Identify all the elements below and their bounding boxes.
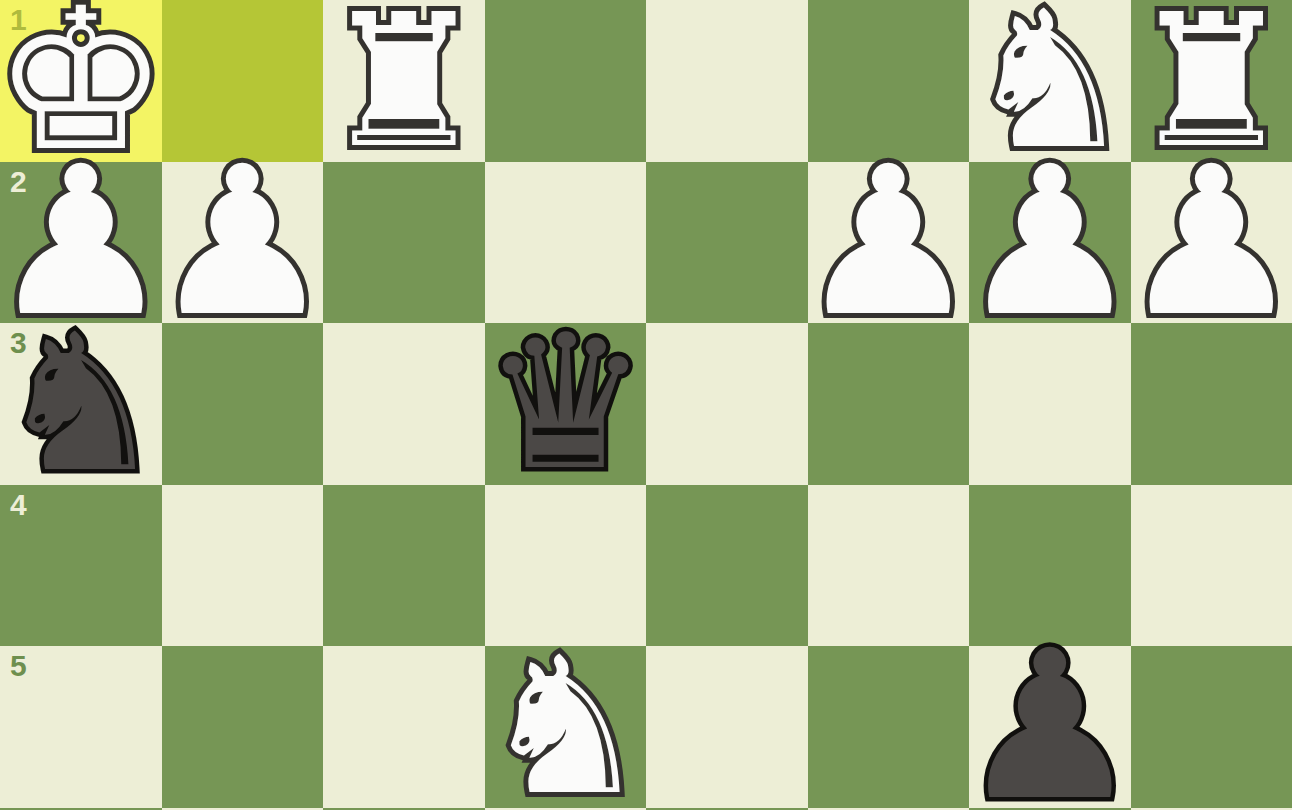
piece-white-knight-e5[interactable]: [485, 646, 647, 808]
square-e1[interactable]: [485, 0, 647, 162]
square-b5[interactable]: [969, 646, 1131, 808]
square-a2[interactable]: [1131, 162, 1292, 324]
square-d4[interactable]: [646, 485, 808, 647]
square-g4[interactable]: [162, 485, 324, 647]
square-f5[interactable]: [323, 646, 485, 808]
square-g2[interactable]: [162, 162, 324, 324]
square-e5[interactable]: [485, 646, 647, 808]
piece-black-knight-h3[interactable]: [0, 323, 162, 485]
square-f4[interactable]: [323, 485, 485, 647]
square-d5[interactable]: [646, 646, 808, 808]
square-d3[interactable]: [646, 323, 808, 485]
piece-black-queen-e3[interactable]: [485, 323, 647, 485]
chess-board: 12345: [0, 0, 1292, 810]
piece-white-pawn-g2[interactable]: [162, 162, 324, 324]
piece-white-pawn-c2[interactable]: [808, 162, 970, 324]
square-f1[interactable]: [323, 0, 485, 162]
square-d1[interactable]: [646, 0, 808, 162]
square-c5[interactable]: [808, 646, 970, 808]
square-e3[interactable]: [485, 323, 647, 485]
square-a4[interactable]: [1131, 485, 1292, 647]
square-b2[interactable]: [969, 162, 1131, 324]
square-d2[interactable]: [646, 162, 808, 324]
square-c2[interactable]: [808, 162, 970, 324]
square-g5[interactable]: [162, 646, 324, 808]
piece-white-pawn-b2[interactable]: [969, 162, 1131, 324]
square-a5[interactable]: [1131, 646, 1292, 808]
piece-white-pawn-a2[interactable]: [1131, 162, 1292, 324]
piece-black-pawn-b5[interactable]: [969, 646, 1131, 808]
piece-white-rook-f1[interactable]: [323, 0, 485, 162]
square-c4[interactable]: [808, 485, 970, 647]
square-h5[interactable]: 5: [0, 646, 162, 808]
rank-label-5: 5: [10, 651, 27, 681]
square-h3[interactable]: 3: [0, 323, 162, 485]
square-f3[interactable]: [323, 323, 485, 485]
